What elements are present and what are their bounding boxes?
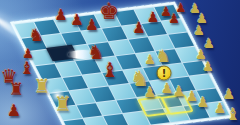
game-scene: ♟♟♟♚♟♟♟♟♟♞♝♞♟♝♛♜♟♟♟♟♟♟♟♞♟♞♟♟♟♟♟♟♟♜♜♝ ! (0, 0, 240, 125)
chess-piece-red-pawn[interactable]: ♟ (7, 103, 21, 119)
chess-piece-gold-bishop[interactable]: ♝ (226, 107, 240, 123)
chess-piece-gold-pawn[interactable]: ♟ (173, 84, 186, 98)
chess-piece-gold-rook[interactable]: ♜ (33, 77, 50, 96)
chess-piece-red-knight[interactable]: ♞ (28, 27, 43, 44)
alert-badge-symbol: ! (162, 68, 167, 79)
chess-piece-red-pawn[interactable]: ♟ (54, 8, 67, 23)
alert-badge: ! (157, 66, 172, 81)
chess-piece-gold-pawn[interactable]: ♟ (144, 53, 156, 66)
chess-piece-red-pawn[interactable]: ♟ (70, 13, 83, 28)
chess-piece-red-bishop[interactable]: ♝ (101, 60, 119, 80)
chess-piece-gold-pawn[interactable]: ♟ (202, 60, 214, 73)
chess-piece-red-king[interactable]: ♚ (99, 1, 119, 23)
chess-piece-red-pawn[interactable]: ♟ (85, 18, 98, 33)
chess-piece-gold-knight[interactable]: ♞ (155, 48, 170, 65)
chess-piece-gold-pawn[interactable]: ♟ (144, 85, 157, 99)
chess-piece-gold-pawn[interactable]: ♟ (214, 101, 227, 115)
chess-piece-red-bishop[interactable]: ♝ (19, 60, 34, 77)
chess-piece-red-pawn[interactable]: ♟ (132, 21, 145, 36)
chess-piece-gold-rook[interactable]: ♜ (54, 94, 72, 114)
chess-piece-red-pawn[interactable]: ♟ (168, 12, 180, 25)
chess-piece-gold-pawn[interactable]: ♟ (161, 81, 174, 95)
chess-piece-gold-pawn[interactable]: ♟ (223, 87, 236, 101)
chess-piece-gold-pawn[interactable]: ♟ (197, 95, 210, 109)
chess-piece-red-rook[interactable]: ♜ (8, 81, 23, 98)
chess-piece-red-pawn[interactable]: ♟ (147, 10, 160, 24)
